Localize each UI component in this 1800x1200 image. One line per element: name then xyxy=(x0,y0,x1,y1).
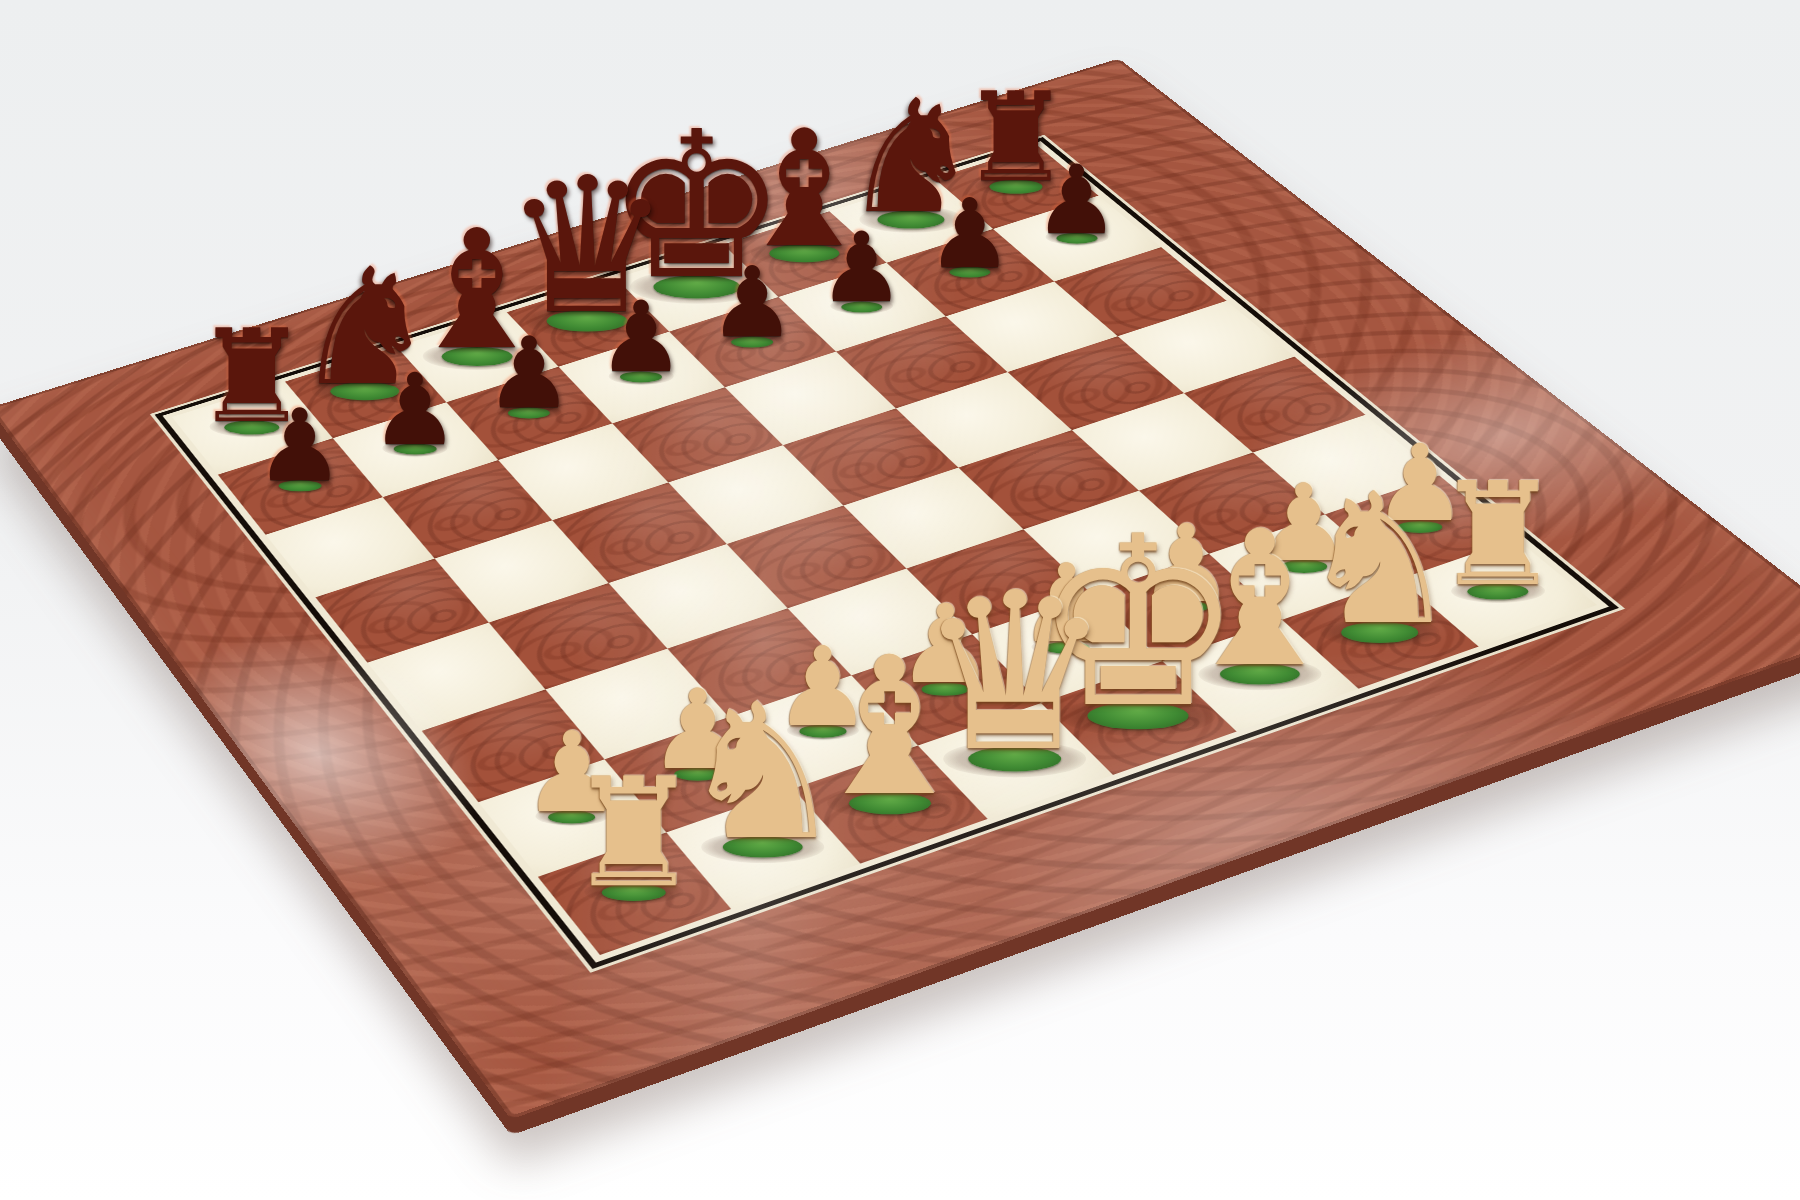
product-photo-scene: ♜♞♝♛♚♝♞♜♟♟♟♟♟♟♟♟♟♟♟♟♟♟♟♟♜♞♝♛♚♝♞♜ xyxy=(0,0,1800,1200)
piece-white-knight-b1[interactable]: ♞ xyxy=(679,679,847,866)
piece-black-pawn-a7[interactable]: ♟ xyxy=(255,396,344,496)
piece-black-pawn-g7[interactable]: ♟ xyxy=(927,186,1013,282)
piece-black-pawn-e7[interactable]: ♟ xyxy=(708,254,795,351)
piece-black-pawn-b7[interactable]: ♟ xyxy=(371,360,460,459)
piece-black-pawn-c7[interactable]: ♟ xyxy=(485,324,573,422)
piece-black-pawn-h7[interactable]: ♟ xyxy=(1034,152,1120,247)
piece-white-rook-a1[interactable]: ♜ xyxy=(566,758,700,908)
piece-black-pawn-f7[interactable]: ♟ xyxy=(818,220,905,317)
piece-black-pawn-d7[interactable]: ♟ xyxy=(597,289,685,387)
